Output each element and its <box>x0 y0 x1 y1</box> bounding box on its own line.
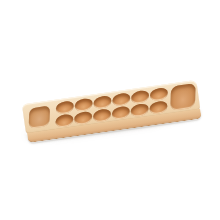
pit-front-3[interactable] <box>93 108 111 122</box>
product-photo-scene <box>0 0 220 220</box>
mancala-board <box>22 80 202 146</box>
pit-front-6[interactable] <box>149 100 167 114</box>
pit-back-6[interactable] <box>150 87 168 101</box>
pit-back-1[interactable] <box>56 100 74 114</box>
pit-back-2[interactable] <box>75 98 93 112</box>
store-right <box>170 83 196 111</box>
pit-front-5[interactable] <box>131 103 149 117</box>
pit-front-2[interactable] <box>74 111 92 125</box>
pit-front-1[interactable] <box>55 113 73 127</box>
pit-back-3[interactable] <box>93 95 111 109</box>
pit-front-4[interactable] <box>112 105 130 119</box>
pit-back-5[interactable] <box>131 90 149 104</box>
pit-back-4[interactable] <box>112 92 130 106</box>
store-left <box>29 106 51 129</box>
